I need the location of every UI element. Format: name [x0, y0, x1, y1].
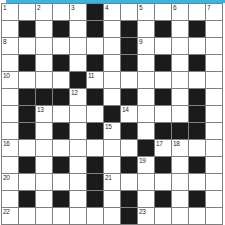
clue-number-4: 4 [105, 4, 108, 11]
clue-number-12: 12 [71, 89, 78, 96]
block-cell-r12c4 [53, 191, 70, 208]
clue-number-23: 23 [139, 208, 146, 215]
cell-r11c7[interactable]: 21 [104, 174, 121, 191]
cell-r8c9[interactable] [138, 123, 155, 140]
cell-r1c5[interactable]: 3 [70, 4, 87, 21]
cell-r11c12[interactable] [189, 174, 206, 191]
cell-r10c1[interactable] [2, 157, 19, 174]
cell-r10c3[interactable] [36, 157, 53, 174]
block-cell-r6c2 [19, 89, 36, 106]
block-cell-r11c6 [87, 174, 104, 191]
clue-number-7: 7 [207, 4, 210, 11]
block-cell-r10c6 [87, 157, 104, 174]
cell-r9c11[interactable]: 18 [172, 140, 189, 157]
cell-r4c13[interactable] [206, 55, 223, 72]
cell-r9c7[interactable] [104, 140, 121, 157]
cell-r9c10[interactable]: 17 [155, 140, 172, 157]
cell-r5c3[interactable] [36, 72, 53, 89]
block-cell-r8c2 [19, 123, 36, 140]
cell-r9c1[interactable]: 16 [2, 140, 19, 157]
cell-r11c1[interactable]: 20 [2, 174, 19, 191]
cell-r11c10[interactable] [155, 174, 172, 191]
cell-r5c1[interactable]: 10 [2, 72, 19, 89]
cell-r5c12[interactable] [189, 72, 206, 89]
clue-number-18: 18 [173, 140, 180, 147]
cell-r5c11[interactable] [172, 72, 189, 89]
cell-r9c6[interactable] [87, 140, 104, 157]
cell-r5c6[interactable]: 11 [87, 72, 104, 89]
cell-r7c1[interactable] [2, 106, 19, 123]
cell-r2c1[interactable] [2, 21, 19, 38]
cell-r2c3[interactable] [36, 21, 53, 38]
cell-r2c7[interactable] [104, 21, 121, 38]
cell-r11c11[interactable] [172, 174, 189, 191]
cell-r1c11[interactable]: 6 [172, 4, 189, 21]
cell-r3c9[interactable]: 9 [138, 38, 155, 55]
block-cell-r4c8 [121, 55, 138, 72]
cell-r11c5[interactable] [70, 174, 87, 191]
cell-r13c9[interactable]: 23 [138, 208, 155, 225]
block-cell-r6c3 [36, 89, 53, 106]
block-cell-r10c10 [155, 157, 172, 174]
block-cell-r8c12 [189, 123, 206, 140]
cell-r13c2[interactable] [19, 208, 36, 225]
cell-r12c3[interactable] [36, 191, 53, 208]
cell-r7c9[interactable] [138, 106, 155, 123]
cell-r9c8[interactable] [121, 140, 138, 157]
cell-r3c10[interactable] [155, 38, 172, 55]
cell-r11c8[interactable] [121, 174, 138, 191]
block-cell-r2c8 [121, 21, 138, 38]
cell-r10c7[interactable] [104, 157, 121, 174]
cell-r3c6[interactable] [87, 38, 104, 55]
block-cell-r7c2 [19, 106, 36, 123]
cell-r7c3[interactable]: 13 [36, 106, 53, 123]
block-cell-r8c10 [155, 123, 172, 140]
cell-r11c3[interactable] [36, 174, 53, 191]
block-cell-r2c10 [155, 21, 172, 38]
block-cell-r4c10 [155, 55, 172, 72]
cell-r12c1[interactable] [2, 191, 19, 208]
clue-number-15: 15 [105, 123, 112, 130]
cell-r8c3[interactable] [36, 123, 53, 140]
block-cell-r9c9 [138, 140, 155, 157]
clue-number-20: 20 [3, 174, 10, 181]
cell-r9c13[interactable] [206, 140, 223, 157]
cell-r5c2[interactable] [19, 72, 36, 89]
clue-number-11: 11 [88, 72, 94, 79]
cell-r1c8[interactable] [121, 4, 138, 21]
cell-r12c5[interactable] [70, 191, 87, 208]
cell-r10c5[interactable] [70, 157, 87, 174]
cell-r5c8[interactable] [121, 72, 138, 89]
cell-r1c3[interactable]: 2 [36, 4, 53, 21]
cell-r1c1[interactable]: 1 [2, 4, 19, 21]
cell-r1c9[interactable]: 5 [138, 4, 155, 21]
cell-r5c13[interactable] [206, 72, 223, 89]
block-cell-r4c12 [189, 55, 206, 72]
cell-r11c4[interactable] [53, 174, 70, 191]
cell-r11c9[interactable] [138, 174, 155, 191]
cell-r1c10[interactable] [155, 4, 172, 21]
cell-r5c10[interactable] [155, 72, 172, 89]
block-cell-r12c6 [87, 191, 104, 208]
cell-r3c4[interactable] [53, 38, 70, 55]
cell-r13c11[interactable] [172, 208, 189, 225]
block-cell-r1c6 [87, 4, 104, 21]
block-cell-r6c10 [155, 89, 172, 106]
cell-r6c11[interactable] [172, 89, 189, 106]
block-cell-r8c8 [121, 123, 138, 140]
block-cell-r4c4 [53, 55, 70, 72]
cell-r4c7[interactable] [104, 55, 121, 72]
crossword-grid: 1234567891011121314151617181920212223 [1, 3, 223, 225]
cell-r3c1[interactable]: 8 [2, 38, 19, 55]
cell-r13c6[interactable] [87, 208, 104, 225]
cell-r8c7[interactable]: 15 [104, 123, 121, 140]
clue-number-13: 13 [37, 106, 44, 113]
cell-r5c7[interactable] [104, 72, 121, 89]
block-cell-r4c6 [87, 55, 104, 72]
cell-r7c11[interactable] [172, 106, 189, 123]
clue-number-9: 9 [139, 38, 142, 45]
cell-r2c9[interactable] [138, 21, 155, 38]
clue-number-6: 6 [173, 4, 176, 11]
cell-r3c13[interactable] [206, 38, 223, 55]
cell-r10c13[interactable] [206, 157, 223, 174]
cell-r4c9[interactable] [138, 55, 155, 72]
cell-r11c13[interactable] [206, 174, 223, 191]
clue-number-19: 19 [139, 157, 146, 164]
block-cell-r6c6 [87, 89, 104, 106]
clue-number-1: 1 [3, 4, 6, 11]
cell-r3c5[interactable] [70, 38, 87, 55]
cell-r7c8[interactable]: 14 [121, 106, 138, 123]
clue-number-5: 5 [139, 4, 142, 11]
cell-r13c12[interactable] [189, 208, 206, 225]
cell-r3c7[interactable] [104, 38, 121, 55]
cell-r2c5[interactable] [70, 21, 87, 38]
cell-r13c10[interactable] [155, 208, 172, 225]
cell-r4c1[interactable] [2, 55, 19, 72]
clue-number-3: 3 [71, 4, 74, 11]
block-cell-r4c2 [19, 55, 36, 72]
block-cell-r8c4 [53, 123, 70, 140]
block-cell-r6c4 [53, 89, 70, 106]
block-cell-r10c12 [189, 157, 206, 174]
clue-number-10: 10 [3, 72, 10, 79]
block-cell-r6c8 [121, 89, 138, 106]
cell-r9c2[interactable] [19, 140, 36, 157]
block-cell-r10c4 [53, 157, 70, 174]
block-cell-r2c12 [189, 21, 206, 38]
cell-r6c13[interactable] [206, 89, 223, 106]
cell-r4c3[interactable] [36, 55, 53, 72]
cell-r2c11[interactable] [172, 21, 189, 38]
block-cell-r10c2 [19, 157, 36, 174]
block-cell-r7c7 [104, 106, 121, 123]
cell-r6c9[interactable] [138, 89, 155, 106]
cell-r1c2[interactable] [19, 4, 36, 21]
clue-number-16: 16 [3, 140, 10, 147]
cell-r7c10[interactable] [155, 106, 172, 123]
cell-r1c4[interactable] [53, 4, 70, 21]
block-cell-r6c12 [189, 89, 206, 106]
cell-r1c7[interactable]: 4 [104, 4, 121, 21]
block-cell-r7c12 [189, 106, 206, 123]
cell-r3c3[interactable] [36, 38, 53, 55]
cell-r10c11[interactable] [172, 157, 189, 174]
cell-r1c13[interactable]: 7 [206, 4, 223, 21]
cell-r4c5[interactable] [70, 55, 87, 72]
block-cell-r2c6 [87, 21, 104, 38]
cell-r7c5[interactable] [70, 106, 87, 123]
cell-r9c4[interactable] [53, 140, 70, 157]
cell-r6c1[interactable] [2, 89, 19, 106]
cell-r12c7[interactable] [104, 191, 121, 208]
cell-r1c12[interactable] [189, 4, 206, 21]
clue-number-14: 14 [122, 106, 129, 113]
block-cell-r2c4 [53, 21, 70, 38]
clue-number-22: 22 [3, 208, 10, 215]
cell-r5c9[interactable] [138, 72, 155, 89]
cell-r13c7[interactable] [104, 208, 121, 225]
block-cell-r12c8 [121, 191, 138, 208]
cell-r11c2[interactable] [19, 174, 36, 191]
cell-r12c9[interactable] [138, 191, 155, 208]
cell-r8c5[interactable] [70, 123, 87, 140]
block-cell-r3c8 [121, 38, 138, 55]
cell-r7c4[interactable] [53, 106, 70, 123]
cell-r3c11[interactable] [172, 38, 189, 55]
cell-r13c3[interactable] [36, 208, 53, 225]
clue-number-8: 8 [3, 38, 6, 45]
cell-r2c13[interactable] [206, 21, 223, 38]
cell-r9c3[interactable] [36, 140, 53, 157]
cell-r13c5[interactable] [70, 208, 87, 225]
cell-r6c7[interactable] [104, 89, 121, 106]
cell-r3c12[interactable] [189, 38, 206, 55]
block-cell-r10c8 [121, 157, 138, 174]
block-cell-r12c2 [19, 191, 36, 208]
cell-r6c5[interactable]: 12 [70, 89, 87, 106]
cell-r5c4[interactable] [53, 72, 70, 89]
block-cell-r13c8 [121, 208, 138, 225]
cell-r12c13[interactable] [206, 191, 223, 208]
block-cell-r5c5 [70, 72, 87, 89]
cell-r7c6[interactable] [87, 106, 104, 123]
block-cell-r8c6 [87, 123, 104, 140]
clue-number-17: 17 [156, 140, 163, 147]
clue-number-21: 21 [105, 174, 112, 181]
cell-r13c13[interactable] [206, 208, 223, 225]
cell-r8c13[interactable] [206, 123, 223, 140]
cell-r7c13[interactable] [206, 106, 223, 123]
cell-r4c11[interactable] [172, 55, 189, 72]
clue-number-2: 2 [37, 4, 40, 11]
cell-r13c1[interactable]: 22 [2, 208, 19, 225]
cell-r8c1[interactable] [2, 123, 19, 140]
block-cell-r8c11 [172, 123, 189, 140]
block-cell-r12c12 [189, 191, 206, 208]
cell-r3c2[interactable] [19, 38, 36, 55]
cell-r10c9[interactable]: 19 [138, 157, 155, 174]
cell-r9c5[interactable] [70, 140, 87, 157]
cell-r13c4[interactable] [53, 208, 70, 225]
cell-r12c11[interactable] [172, 191, 189, 208]
block-cell-r12c10 [155, 191, 172, 208]
cell-r9c12[interactable] [189, 140, 206, 157]
block-cell-r2c2 [19, 21, 36, 38]
